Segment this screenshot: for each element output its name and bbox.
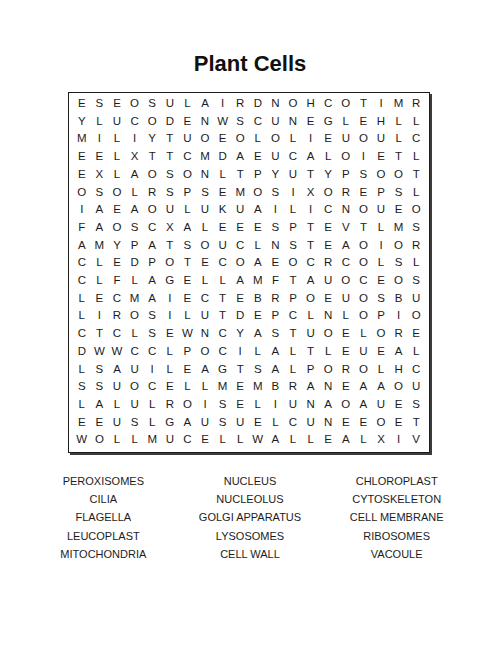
grid-cell-r20c8[interactable]: E — [196, 431, 214, 449]
grid-cell-r12c19[interactable]: B — [390, 290, 408, 308]
grid-cell-r6c10[interactable]: M — [231, 184, 249, 202]
grid-cell-r8c3[interactable]: O — [108, 219, 126, 237]
grid-cell-r20c5[interactable]: M — [143, 431, 161, 449]
grid-cell-r15c11[interactable]: L — [249, 343, 267, 361]
grid-cell-r17c5[interactable]: C — [143, 378, 161, 396]
grid-cell-r4c16[interactable]: O — [337, 148, 355, 166]
grid-cell-r3c2[interactable]: I — [91, 130, 109, 148]
grid-cell-r2c1[interactable]: Y — [73, 113, 91, 131]
grid-cell-r20c3[interactable]: L — [108, 431, 126, 449]
grid-cell-r8c7[interactable]: A — [179, 219, 197, 237]
grid-cell-r10c17[interactable]: O — [355, 254, 373, 272]
grid-cell-r20c15[interactable]: E — [319, 431, 337, 449]
grid-cell-r2c3[interactable]: U — [108, 113, 126, 131]
grid-cell-r1c2[interactable]: S — [91, 95, 109, 113]
grid-cell-r18c5[interactable]: L — [143, 396, 161, 414]
grid-cell-r16c1[interactable]: L — [73, 361, 91, 379]
grid-cell-r13c10[interactable]: D — [231, 307, 249, 325]
grid-cell-r10c13[interactable]: O — [284, 254, 302, 272]
grid-cell-r11c19[interactable]: O — [390, 272, 408, 290]
grid-cell-r19c6[interactable]: G — [161, 414, 179, 432]
grid-cell-r5c20[interactable]: T — [407, 166, 425, 184]
grid-cell-r16c10[interactable]: T — [231, 361, 249, 379]
grid-cell-r9c17[interactable]: O — [355, 237, 373, 255]
grid-cell-r10c19[interactable]: S — [390, 254, 408, 272]
grid-cell-r17c17[interactable]: A — [355, 378, 373, 396]
grid-cell-r9c18[interactable]: I — [372, 237, 390, 255]
grid-cell-r13c13[interactable]: C — [284, 307, 302, 325]
grid-cell-r2c13[interactable]: N — [284, 113, 302, 131]
grid-cell-r18c7[interactable]: O — [179, 396, 197, 414]
grid-cell-r1c3[interactable]: E — [108, 95, 126, 113]
grid-cell-r6c13[interactable]: I — [284, 184, 302, 202]
grid-cell-r15c18[interactable]: E — [372, 343, 390, 361]
grid-cell-r9c7[interactable]: S — [179, 237, 197, 255]
grid-cell-r3c6[interactable]: T — [161, 130, 179, 148]
grid-cell-r15c3[interactable]: W — [108, 343, 126, 361]
grid-cell-r9c12[interactable]: N — [267, 237, 285, 255]
grid-cell-r20c9[interactable]: L — [214, 431, 232, 449]
grid-cell-r8c6[interactable]: X — [161, 219, 179, 237]
grid-cell-r13c14[interactable]: L — [302, 307, 320, 325]
grid-cell-r3c14[interactable]: I — [302, 130, 320, 148]
grid-cell-r3c18[interactable]: U — [372, 130, 390, 148]
grid-cell-r11c16[interactable]: O — [337, 272, 355, 290]
grid-cell-r1c1[interactable]: E — [73, 95, 91, 113]
grid-cell-r15c6[interactable]: L — [161, 343, 179, 361]
grid-cell-r9c4[interactable]: P — [126, 237, 144, 255]
grid-cell-r9c6[interactable]: T — [161, 237, 179, 255]
grid-cell-r12c14[interactable]: O — [302, 290, 320, 308]
grid-cell-r9c19[interactable]: O — [390, 237, 408, 255]
grid-cell-r8c19[interactable]: M — [390, 219, 408, 237]
grid-cell-r10c12[interactable]: E — [267, 254, 285, 272]
grid-cell-r13c19[interactable]: I — [390, 307, 408, 325]
grid-cell-r18c20[interactable]: S — [407, 396, 425, 414]
grid-cell-r2c20[interactable]: L — [407, 113, 425, 131]
grid-cell-r15c12[interactable]: A — [267, 343, 285, 361]
grid-cell-r6c15[interactable]: O — [319, 184, 337, 202]
grid-cell-r14c2[interactable]: T — [91, 325, 109, 343]
grid-cell-r13c5[interactable]: S — [143, 307, 161, 325]
grid-cell-r14c18[interactable]: O — [372, 325, 390, 343]
grid-cell-r9c16[interactable]: A — [337, 237, 355, 255]
grid-cell-r16c13[interactable]: L — [284, 361, 302, 379]
grid-cell-r7c15[interactable]: C — [319, 201, 337, 219]
grid-cell-r2c19[interactable]: L — [390, 113, 408, 131]
grid-cell-r17c14[interactable]: A — [302, 378, 320, 396]
grid-cell-r2c9[interactable]: W — [214, 113, 232, 131]
grid-cell-r13c6[interactable]: I — [161, 307, 179, 325]
grid-cell-r2c14[interactable]: E — [302, 113, 320, 131]
grid-cell-r8c18[interactable]: L — [372, 219, 390, 237]
grid-cell-r15c5[interactable]: C — [143, 343, 161, 361]
grid-cell-r17c1[interactable]: S — [73, 378, 91, 396]
grid-cell-r4c17[interactable]: I — [355, 148, 373, 166]
grid-cell-r7c1[interactable]: I — [73, 201, 91, 219]
grid-cell-r10c7[interactable]: T — [179, 254, 197, 272]
grid-cell-r6c17[interactable]: E — [355, 184, 373, 202]
grid-cell-r14c17[interactable]: L — [355, 325, 373, 343]
grid-cell-r5c9[interactable]: L — [214, 166, 232, 184]
grid-cell-r14c8[interactable]: N — [196, 325, 214, 343]
grid-cell-r11c2[interactable]: L — [91, 272, 109, 290]
grid-cell-r9c2[interactable]: M — [91, 237, 109, 255]
grid-cell-r19c8[interactable]: U — [196, 414, 214, 432]
grid-cell-r1c18[interactable]: I — [372, 95, 390, 113]
grid-cell-r20c19[interactable]: I — [390, 431, 408, 449]
grid-cell-r2c2[interactable]: L — [91, 113, 109, 131]
grid-cell-r14c7[interactable]: W — [179, 325, 197, 343]
grid-cell-r14c10[interactable]: Y — [231, 325, 249, 343]
grid-cell-r18c9[interactable]: S — [214, 396, 232, 414]
grid-cell-r15c14[interactable]: T — [302, 343, 320, 361]
grid-cell-r2c6[interactable]: D — [161, 113, 179, 131]
grid-cell-r8c13[interactable]: P — [284, 219, 302, 237]
grid-cell-r20c20[interactable]: V — [407, 431, 425, 449]
grid-cell-r11c12[interactable]: F — [267, 272, 285, 290]
grid-cell-r1c15[interactable]: C — [319, 95, 337, 113]
grid-cell-r3c13[interactable]: L — [284, 130, 302, 148]
grid-cell-r4c3[interactable]: L — [108, 148, 126, 166]
grid-cell-r8c2[interactable]: A — [91, 219, 109, 237]
grid-cell-r5c5[interactable]: O — [143, 166, 161, 184]
grid-cell-r16c9[interactable]: G — [214, 361, 232, 379]
grid-cell-r15c2[interactable]: W — [91, 343, 109, 361]
grid-cell-r13c8[interactable]: U — [196, 307, 214, 325]
grid-cell-r5c10[interactable]: T — [231, 166, 249, 184]
grid-cell-r12c12[interactable]: R — [267, 290, 285, 308]
grid-cell-r10c2[interactable]: L — [91, 254, 109, 272]
grid-cell-r3c8[interactable]: O — [196, 130, 214, 148]
grid-cell-r12c1[interactable]: L — [73, 290, 91, 308]
grid-cell-r7c9[interactable]: K — [214, 201, 232, 219]
grid-cell-r19c13[interactable]: C — [284, 414, 302, 432]
grid-cell-r12c2[interactable]: E — [91, 290, 109, 308]
grid-cell-r18c17[interactable]: A — [355, 396, 373, 414]
grid-cell-r19c15[interactable]: N — [319, 414, 337, 432]
grid-cell-r8c1[interactable]: F — [73, 219, 91, 237]
grid-cell-r20c13[interactable]: L — [284, 431, 302, 449]
grid-cell-r4c12[interactable]: U — [267, 148, 285, 166]
grid-cell-r14c16[interactable]: E — [337, 325, 355, 343]
grid-cell-r15c1[interactable]: D — [73, 343, 91, 361]
grid-cell-r20c11[interactable]: W — [249, 431, 267, 449]
grid-cell-r18c18[interactable]: U — [372, 396, 390, 414]
grid-cell-r19c5[interactable]: L — [143, 414, 161, 432]
grid-cell-r12c16[interactable]: U — [337, 290, 355, 308]
grid-cell-r3c15[interactable]: E — [319, 130, 337, 148]
grid-cell-r7c8[interactable]: U — [196, 201, 214, 219]
grid-cell-r5c12[interactable]: Y — [267, 166, 285, 184]
grid-cell-r19c10[interactable]: U — [231, 414, 249, 432]
grid-cell-r10c4[interactable]: D — [126, 254, 144, 272]
grid-cell-r1c20[interactable]: R — [407, 95, 425, 113]
grid-cell-r18c8[interactable]: I — [196, 396, 214, 414]
grid-cell-r2c11[interactable]: C — [249, 113, 267, 131]
grid-cell-r5c19[interactable]: O — [390, 166, 408, 184]
grid-cell-r4c1[interactable]: E — [73, 148, 91, 166]
grid-cell-r15c16[interactable]: E — [337, 343, 355, 361]
grid-cell-r14c15[interactable]: O — [319, 325, 337, 343]
grid-cell-r19c18[interactable]: O — [372, 414, 390, 432]
grid-cell-r13c7[interactable]: L — [179, 307, 197, 325]
grid-cell-r2c8[interactable]: N — [196, 113, 214, 131]
grid-cell-r11c11[interactable]: M — [249, 272, 267, 290]
grid-cell-r2c12[interactable]: U — [267, 113, 285, 131]
grid-cell-r10c14[interactable]: C — [302, 254, 320, 272]
grid-cell-r5c3[interactable]: L — [108, 166, 126, 184]
grid-cell-r11c17[interactable]: C — [355, 272, 373, 290]
grid-cell-r11c10[interactable]: A — [231, 272, 249, 290]
grid-cell-r7c2[interactable]: A — [91, 201, 109, 219]
grid-cell-r10c5[interactable]: P — [143, 254, 161, 272]
grid-cell-r2c4[interactable]: C — [126, 113, 144, 131]
grid-cell-r7c4[interactable]: A — [126, 201, 144, 219]
grid-cell-r7c5[interactable]: O — [143, 201, 161, 219]
grid-cell-r20c1[interactable]: W — [73, 431, 91, 449]
grid-cell-r19c20[interactable]: T — [407, 414, 425, 432]
grid-cell-r14c6[interactable]: E — [161, 325, 179, 343]
grid-cell-r18c11[interactable]: L — [249, 396, 267, 414]
grid-cell-r16c14[interactable]: P — [302, 361, 320, 379]
grid-cell-r6c12[interactable]: S — [267, 184, 285, 202]
grid-cell-r16c18[interactable]: L — [372, 361, 390, 379]
grid-cell-r9c10[interactable]: C — [231, 237, 249, 255]
grid-cell-r8c4[interactable]: S — [126, 219, 144, 237]
grid-cell-r5c8[interactable]: N — [196, 166, 214, 184]
grid-cell-r9c15[interactable]: E — [319, 237, 337, 255]
grid-cell-r9c9[interactable]: U — [214, 237, 232, 255]
grid-cell-r6c19[interactable]: S — [390, 184, 408, 202]
grid-cell-r17c12[interactable]: B — [267, 378, 285, 396]
grid-cell-r7c18[interactable]: U — [372, 201, 390, 219]
grid-cell-r16c8[interactable]: A — [196, 361, 214, 379]
grid-cell-r1c5[interactable]: S — [143, 95, 161, 113]
grid-cell-r16c16[interactable]: R — [337, 361, 355, 379]
grid-cell-r13c16[interactable]: L — [337, 307, 355, 325]
grid-cell-r4c19[interactable]: T — [390, 148, 408, 166]
grid-cell-r12c15[interactable]: E — [319, 290, 337, 308]
grid-cell-r13c4[interactable]: O — [126, 307, 144, 325]
grid-cell-r10c11[interactable]: A — [249, 254, 267, 272]
grid-cell-r13c1[interactable]: L — [73, 307, 91, 325]
grid-cell-r9c20[interactable]: R — [407, 237, 425, 255]
grid-cell-r17c3[interactable]: U — [108, 378, 126, 396]
grid-cell-r15c7[interactable]: P — [179, 343, 197, 361]
grid-cell-r8c10[interactable]: E — [231, 219, 249, 237]
grid-cell-r20c16[interactable]: A — [337, 431, 355, 449]
grid-cell-r5c11[interactable]: P — [249, 166, 267, 184]
grid-cell-r6c18[interactable]: P — [372, 184, 390, 202]
grid-cell-r8c12[interactable]: S — [267, 219, 285, 237]
grid-cell-r12c7[interactable]: E — [179, 290, 197, 308]
grid-cell-r4c10[interactable]: A — [231, 148, 249, 166]
grid-cell-r14c14[interactable]: U — [302, 325, 320, 343]
grid-cell-r19c1[interactable]: E — [73, 414, 91, 432]
grid-cell-r7c20[interactable]: O — [407, 201, 425, 219]
grid-cell-r1c16[interactable]: O — [337, 95, 355, 113]
grid-cell-r19c7[interactable]: A — [179, 414, 197, 432]
grid-cell-r15c15[interactable]: L — [319, 343, 337, 361]
grid-cell-r9c5[interactable]: A — [143, 237, 161, 255]
grid-cell-r18c3[interactable]: L — [108, 396, 126, 414]
grid-cell-r16c2[interactable]: S — [91, 361, 109, 379]
grid-cell-r3c16[interactable]: U — [337, 130, 355, 148]
grid-cell-r3c7[interactable]: U — [179, 130, 197, 148]
grid-cell-r17c6[interactable]: E — [161, 378, 179, 396]
grid-cell-r14c11[interactable]: A — [249, 325, 267, 343]
grid-cell-r16c3[interactable]: A — [108, 361, 126, 379]
grid-cell-r11c13[interactable]: T — [284, 272, 302, 290]
grid-cell-r9c3[interactable]: Y — [108, 237, 126, 255]
grid-cell-r20c17[interactable]: L — [355, 431, 373, 449]
grid-cell-r1c8[interactable]: A — [196, 95, 214, 113]
grid-cell-r14c13[interactable]: T — [284, 325, 302, 343]
grid-cell-r15c19[interactable]: A — [390, 343, 408, 361]
grid-cell-r2c16[interactable]: L — [337, 113, 355, 131]
grid-cell-r18c12[interactable]: I — [267, 396, 285, 414]
grid-cell-r7c3[interactable]: E — [108, 201, 126, 219]
grid-cell-r8c16[interactable]: V — [337, 219, 355, 237]
grid-cell-r19c2[interactable]: E — [91, 414, 109, 432]
grid-cell-r10c18[interactable]: L — [372, 254, 390, 272]
grid-cell-r12c8[interactable]: C — [196, 290, 214, 308]
grid-cell-r6c7[interactable]: P — [179, 184, 197, 202]
grid-cell-r17c4[interactable]: O — [126, 378, 144, 396]
grid-cell-r17c16[interactable]: E — [337, 378, 355, 396]
grid-cell-r7c11[interactable]: A — [249, 201, 267, 219]
grid-cell-r13c18[interactable]: P — [372, 307, 390, 325]
grid-cell-r13c20[interactable]: O — [407, 307, 425, 325]
grid-cell-r12c20[interactable]: U — [407, 290, 425, 308]
grid-cell-r4c6[interactable]: T — [161, 148, 179, 166]
grid-cell-r17c2[interactable]: S — [91, 378, 109, 396]
grid-cell-r14c1[interactable]: C — [73, 325, 91, 343]
grid-cell-r13c12[interactable]: P — [267, 307, 285, 325]
grid-cell-r12c13[interactable]: P — [284, 290, 302, 308]
grid-cell-r11c4[interactable]: L — [126, 272, 144, 290]
grid-cell-r5c1[interactable]: E — [73, 166, 91, 184]
grid-cell-r12c11[interactable]: B — [249, 290, 267, 308]
grid-cell-r19c9[interactable]: S — [214, 414, 232, 432]
grid-cell-r5c16[interactable]: P — [337, 166, 355, 184]
grid-cell-r6c11[interactable]: O — [249, 184, 267, 202]
grid-cell-r3c10[interactable]: O — [231, 130, 249, 148]
grid-cell-r17c19[interactable]: O — [390, 378, 408, 396]
grid-cell-r4c14[interactable]: A — [302, 148, 320, 166]
grid-cell-r7c14[interactable]: I — [302, 201, 320, 219]
grid-cell-r3c19[interactable]: L — [390, 130, 408, 148]
grid-cell-r8c5[interactable]: C — [143, 219, 161, 237]
grid-cell-r10c9[interactable]: C — [214, 254, 232, 272]
grid-cell-r6c9[interactable]: E — [214, 184, 232, 202]
grid-cell-r13c17[interactable]: O — [355, 307, 373, 325]
grid-cell-r2c17[interactable]: E — [355, 113, 373, 131]
grid-cell-r18c6[interactable]: R — [161, 396, 179, 414]
grid-cell-r5c17[interactable]: S — [355, 166, 373, 184]
grid-cell-r1c6[interactable]: U — [161, 95, 179, 113]
grid-cell-r18c1[interactable]: L — [73, 396, 91, 414]
grid-cell-r12c4[interactable]: M — [126, 290, 144, 308]
grid-cell-r17c20[interactable]: U — [407, 378, 425, 396]
grid-cell-r13c2[interactable]: I — [91, 307, 109, 325]
grid-cell-r6c4[interactable]: L — [126, 184, 144, 202]
grid-cell-r4c7[interactable]: C — [179, 148, 197, 166]
grid-cell-r17c9[interactable]: M — [214, 378, 232, 396]
grid-cell-r5c13[interactable]: U — [284, 166, 302, 184]
grid-cell-r1c19[interactable]: M — [390, 95, 408, 113]
grid-cell-r7c16[interactable]: N — [337, 201, 355, 219]
grid-cell-r10c20[interactable]: L — [407, 254, 425, 272]
grid-cell-r6c20[interactable]: L — [407, 184, 425, 202]
grid-cell-r1c9[interactable]: I — [214, 95, 232, 113]
grid-cell-r14c5[interactable]: S — [143, 325, 161, 343]
grid-cell-r3c5[interactable]: Y — [143, 130, 161, 148]
grid-cell-r12c17[interactable]: O — [355, 290, 373, 308]
grid-cell-r2c5[interactable]: O — [143, 113, 161, 131]
grid-cell-r8c9[interactable]: E — [214, 219, 232, 237]
grid-cell-r15c9[interactable]: C — [214, 343, 232, 361]
grid-cell-r11c8[interactable]: L — [196, 272, 214, 290]
grid-cell-r14c9[interactable]: C — [214, 325, 232, 343]
grid-cell-r17c13[interactable]: R — [284, 378, 302, 396]
grid-cell-r3c9[interactable]: E — [214, 130, 232, 148]
grid-cell-r17c11[interactable]: M — [249, 378, 267, 396]
grid-cell-r3c11[interactable]: L — [249, 130, 267, 148]
grid-cell-r17c10[interactable]: E — [231, 378, 249, 396]
grid-cell-r18c15[interactable]: A — [319, 396, 337, 414]
grid-cell-r19c17[interactable]: E — [355, 414, 373, 432]
grid-cell-r8c15[interactable]: E — [319, 219, 337, 237]
grid-cell-r11c5[interactable]: A — [143, 272, 161, 290]
grid-cell-r4c4[interactable]: X — [126, 148, 144, 166]
grid-cell-r9c13[interactable]: S — [284, 237, 302, 255]
grid-cell-r14c19[interactable]: R — [390, 325, 408, 343]
grid-cell-r5c4[interactable]: A — [126, 166, 144, 184]
grid-cell-r10c1[interactable]: C — [73, 254, 91, 272]
grid-cell-r9c11[interactable]: L — [249, 237, 267, 255]
grid-cell-r12c18[interactable]: S — [372, 290, 390, 308]
grid-cell-r7c17[interactable]: O — [355, 201, 373, 219]
grid-cell-r11c1[interactable]: C — [73, 272, 91, 290]
grid-cell-r6c8[interactable]: S — [196, 184, 214, 202]
grid-cell-r15c17[interactable]: U — [355, 343, 373, 361]
grid-cell-r8c17[interactable]: T — [355, 219, 373, 237]
grid-cell-r8c8[interactable]: L — [196, 219, 214, 237]
grid-cell-r18c2[interactable]: A — [91, 396, 109, 414]
grid-cell-r7c19[interactable]: E — [390, 201, 408, 219]
grid-cell-r15c8[interactable]: O — [196, 343, 214, 361]
grid-cell-r11c3[interactable]: F — [108, 272, 126, 290]
grid-cell-r6c6[interactable]: S — [161, 184, 179, 202]
grid-cell-r11c6[interactable]: G — [161, 272, 179, 290]
grid-cell-r11c9[interactable]: L — [214, 272, 232, 290]
grid-cell-r12c9[interactable]: T — [214, 290, 232, 308]
grid-cell-r12c6[interactable]: I — [161, 290, 179, 308]
grid-cell-r5c18[interactable]: O — [372, 166, 390, 184]
grid-cell-r18c10[interactable]: E — [231, 396, 249, 414]
grid-cell-r5c6[interactable]: S — [161, 166, 179, 184]
grid-cell-r16c5[interactable]: I — [143, 361, 161, 379]
grid-cell-r8c20[interactable]: S — [407, 219, 425, 237]
grid-cell-r16c12[interactable]: A — [267, 361, 285, 379]
grid-cell-r4c11[interactable]: E — [249, 148, 267, 166]
grid-cell-r17c8[interactable]: L — [196, 378, 214, 396]
grid-cell-r6c1[interactable]: O — [73, 184, 91, 202]
grid-cell-r10c6[interactable]: O — [161, 254, 179, 272]
grid-cell-r3c1[interactable]: M — [73, 130, 91, 148]
